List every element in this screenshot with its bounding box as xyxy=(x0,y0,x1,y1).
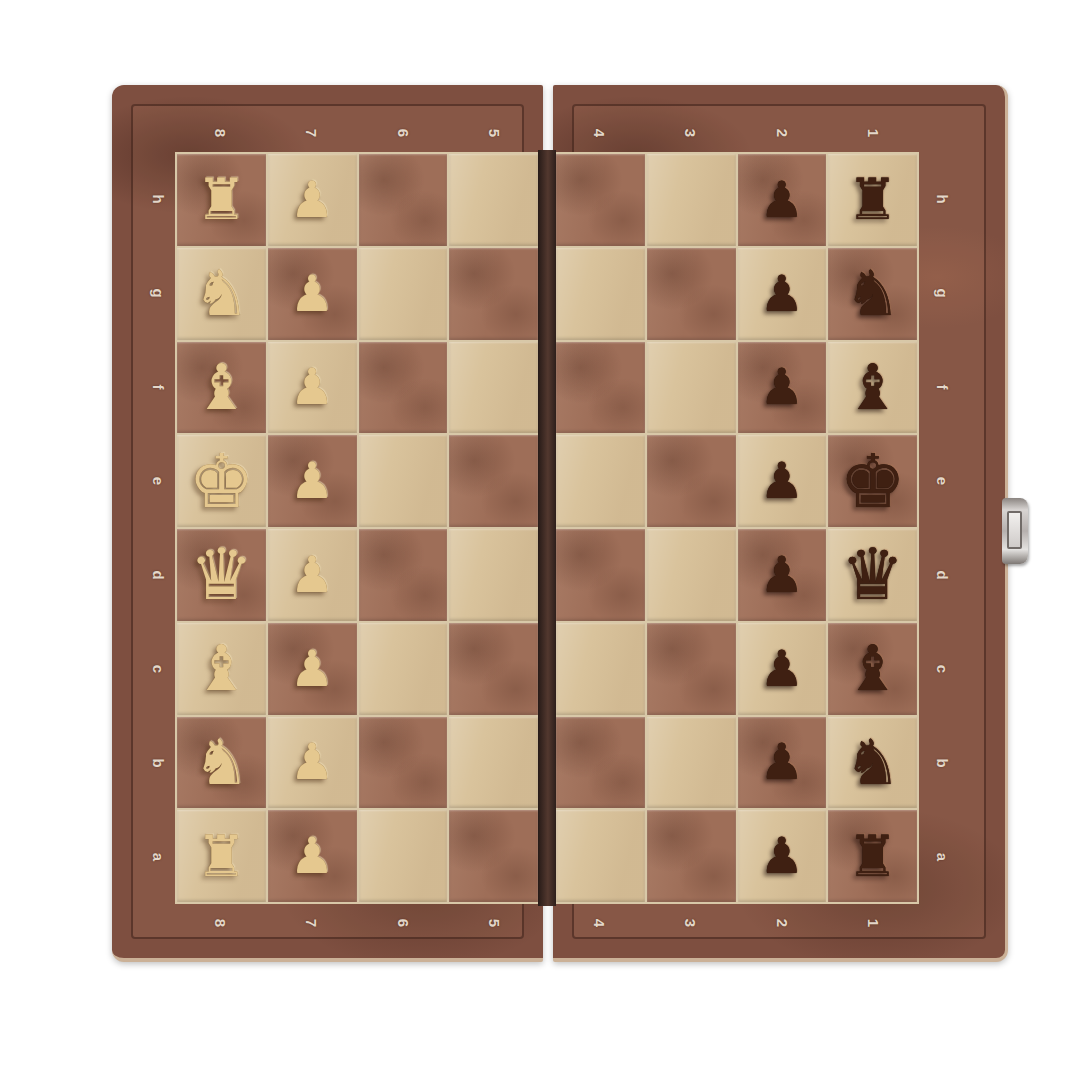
square-g7[interactable]: ♟ xyxy=(268,248,357,340)
piece-white-knight-b8[interactable]: ♞ xyxy=(193,731,249,794)
square-h6[interactable] xyxy=(359,154,448,246)
square-b1[interactable]: ♞ xyxy=(828,717,917,809)
square-b8[interactable]: ♞ xyxy=(177,717,266,809)
square-e5[interactable] xyxy=(449,435,538,527)
square-d5[interactable] xyxy=(449,529,538,621)
square-c7[interactable]: ♟ xyxy=(268,623,357,715)
piece-white-rook-a8[interactable]: ♜ xyxy=(196,828,247,885)
hinge-seam-segment xyxy=(538,244,556,344)
piece-white-rook-h8[interactable]: ♜ xyxy=(196,171,247,228)
square-b3[interactable] xyxy=(647,717,736,809)
hinge-seam-segment xyxy=(538,338,556,438)
square-b4[interactable] xyxy=(556,717,645,809)
square-f8[interactable]: ♝ xyxy=(177,342,266,434)
label-seam-spacer xyxy=(540,909,554,937)
square-d1[interactable]: ♛ xyxy=(828,529,917,621)
piece-black-pawn-a2[interactable]: ♟ xyxy=(759,831,804,881)
square-g6[interactable] xyxy=(359,248,448,340)
square-f3[interactable] xyxy=(647,342,736,434)
square-a7[interactable]: ♟ xyxy=(268,810,357,902)
square-a1[interactable]: ♜ xyxy=(828,810,917,902)
square-h7[interactable]: ♟ xyxy=(268,154,357,246)
square-f4[interactable] xyxy=(556,342,645,434)
label-seam-spacer xyxy=(540,119,554,147)
square-e7[interactable]: ♟ xyxy=(268,435,357,527)
piece-black-pawn-b2[interactable]: ♟ xyxy=(759,737,804,787)
square-c5[interactable] xyxy=(449,623,538,715)
piece-black-king-e1[interactable]: ♚ xyxy=(839,444,905,518)
piece-white-pawn-f7[interactable]: ♟ xyxy=(290,362,335,412)
square-h8[interactable]: ♜ xyxy=(177,154,266,246)
hinge-seam-segment xyxy=(538,713,556,813)
rank-labels-top: 87654321 xyxy=(175,119,919,147)
square-a4[interactable] xyxy=(556,810,645,902)
piece-black-bishop-f1[interactable]: ♝ xyxy=(844,356,900,419)
piece-black-bishop-c1[interactable]: ♝ xyxy=(844,637,900,700)
piece-black-rook-h1[interactable]: ♜ xyxy=(847,171,898,228)
square-a8[interactable]: ♜ xyxy=(177,810,266,902)
piece-black-pawn-h2[interactable]: ♟ xyxy=(759,175,804,225)
square-h4[interactable] xyxy=(556,154,645,246)
square-g3[interactable] xyxy=(647,248,736,340)
piece-white-bishop-c8[interactable]: ♝ xyxy=(193,637,249,700)
square-g1[interactable]: ♞ xyxy=(828,248,917,340)
square-g5[interactable] xyxy=(449,248,538,340)
square-e6[interactable] xyxy=(359,435,448,527)
square-b6[interactable] xyxy=(359,717,448,809)
piece-black-pawn-f2[interactable]: ♟ xyxy=(759,362,804,412)
square-g2[interactable]: ♟ xyxy=(738,248,827,340)
piece-black-knight-g1[interactable]: ♞ xyxy=(844,262,900,325)
square-e2[interactable]: ♟ xyxy=(738,435,827,527)
piece-white-pawn-h7[interactable]: ♟ xyxy=(290,175,335,225)
square-h3[interactable] xyxy=(647,154,736,246)
hinge-seam-segment xyxy=(538,806,556,906)
piece-black-knight-b1[interactable]: ♞ xyxy=(844,731,900,794)
square-e8[interactable]: ♚ xyxy=(177,435,266,527)
piece-black-pawn-d2[interactable]: ♟ xyxy=(759,550,804,600)
piece-white-pawn-e7[interactable]: ♟ xyxy=(290,456,335,506)
square-h2[interactable]: ♟ xyxy=(738,154,827,246)
square-e1[interactable]: ♚ xyxy=(828,435,917,527)
square-h1[interactable]: ♜ xyxy=(828,154,917,246)
hinge-seam-segment xyxy=(538,431,556,531)
hinge-seam-segment xyxy=(538,619,556,719)
square-f6[interactable] xyxy=(359,342,448,434)
square-a5[interactable] xyxy=(449,810,538,902)
square-f1[interactable]: ♝ xyxy=(828,342,917,434)
piece-white-pawn-c7[interactable]: ♟ xyxy=(290,644,335,694)
square-c6[interactable] xyxy=(359,623,448,715)
square-a2[interactable]: ♟ xyxy=(738,810,827,902)
file-labels-right: hgfedcba xyxy=(930,152,956,904)
clasp-buckle xyxy=(1007,511,1022,549)
piece-black-queen-d1[interactable]: ♛ xyxy=(841,539,905,610)
file-labels-left: hgfedcba xyxy=(146,152,172,904)
square-b2[interactable]: ♟ xyxy=(738,717,827,809)
square-e3[interactable] xyxy=(647,435,736,527)
chess-board: 87654321 87654321 hgfedcba hgfedcba ♜♟♟♜… xyxy=(112,85,1008,962)
square-a3[interactable] xyxy=(647,810,736,902)
piece-black-pawn-g2[interactable]: ♟ xyxy=(759,269,804,319)
square-c4[interactable] xyxy=(556,623,645,715)
piece-black-pawn-c2[interactable]: ♟ xyxy=(759,644,804,694)
piece-white-knight-g8[interactable]: ♞ xyxy=(193,262,249,325)
square-f7[interactable]: ♟ xyxy=(268,342,357,434)
square-c8[interactable]: ♝ xyxy=(177,623,266,715)
square-c2[interactable]: ♟ xyxy=(738,623,827,715)
square-a6[interactable] xyxy=(359,810,448,902)
piece-black-pawn-e2[interactable]: ♟ xyxy=(759,456,804,506)
square-d2[interactable]: ♟ xyxy=(738,529,827,621)
square-g8[interactable]: ♞ xyxy=(177,248,266,340)
square-c1[interactable]: ♝ xyxy=(828,623,917,715)
square-b7[interactable]: ♟ xyxy=(268,717,357,809)
square-h5[interactable] xyxy=(449,154,538,246)
hinge-seam-segment xyxy=(538,150,556,250)
product-photo-page: { "game": "chess", "scene": { "descripti… xyxy=(0,0,1080,1080)
square-f5[interactable] xyxy=(449,342,538,434)
piece-white-pawn-g7[interactable]: ♟ xyxy=(290,269,335,319)
square-c3[interactable] xyxy=(647,623,736,715)
square-b5[interactable] xyxy=(449,717,538,809)
square-f2[interactable]: ♟ xyxy=(738,342,827,434)
rank-labels-bottom: 87654321 xyxy=(175,909,919,937)
metal-latch-clasp[interactable] xyxy=(1002,498,1028,564)
square-d8[interactable]: ♛ xyxy=(177,529,266,621)
piece-white-bishop-f8[interactable]: ♝ xyxy=(193,356,249,419)
piece-white-pawn-a7[interactable]: ♟ xyxy=(290,831,335,881)
squares-grid: ♜♟♟♜♞♟♟♞♝♟♟♝♚♟♟♚♛♟♟♛♝♟♟♝♞♟♟♞♜♟♟♜ xyxy=(175,152,919,904)
piece-black-rook-a1[interactable]: ♜ xyxy=(847,828,898,885)
piece-white-queen-d8[interactable]: ♛ xyxy=(190,539,254,610)
hinge-seam-segment xyxy=(538,525,556,625)
square-d7[interactable]: ♟ xyxy=(268,529,357,621)
square-d6[interactable] xyxy=(359,529,448,621)
square-g4[interactable] xyxy=(556,248,645,340)
piece-white-pawn-d7[interactable]: ♟ xyxy=(290,550,335,600)
piece-white-pawn-b7[interactable]: ♟ xyxy=(290,737,335,787)
square-e4[interactable] xyxy=(556,435,645,527)
piece-white-king-e8[interactable]: ♚ xyxy=(188,444,254,518)
square-d3[interactable] xyxy=(647,529,736,621)
square-d4[interactable] xyxy=(556,529,645,621)
